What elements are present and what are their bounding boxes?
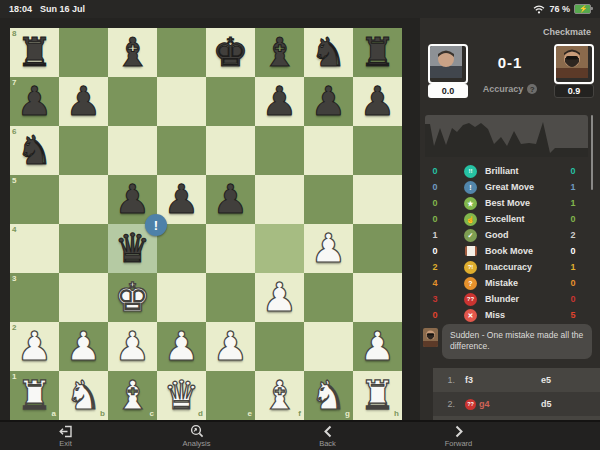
square-b8[interactable] [59, 28, 108, 77]
classification-label: Miss [485, 310, 505, 320]
black-move: d5 [541, 399, 552, 409]
white-pawn-e2: ♟ [213, 322, 249, 371]
black-move: e5 [541, 375, 551, 385]
wifi-icon [533, 5, 545, 14]
square-f4[interactable] [255, 224, 304, 273]
square-h8[interactable]: ♜ [353, 28, 402, 77]
white-count: 2 [420, 262, 450, 272]
square-e4[interactable] [206, 224, 255, 273]
forward-icon [454, 425, 464, 438]
black-knight-a6: ♞ [17, 126, 53, 175]
classification-row-good[interactable]: 1✓Good2 [420, 227, 600, 243]
classification-label: Brilliant [485, 166, 519, 176]
classification-row-mistake[interactable]: 4?Mistake0 [420, 275, 600, 291]
classification-label: Best Move [485, 198, 530, 208]
battery-icon: ⚡ [574, 4, 591, 14]
square-f1[interactable]: f♝ [255, 371, 304, 420]
white-rook-h1: ♜ [360, 371, 396, 420]
rank-label-2: 2 [12, 324, 16, 332]
square-c1[interactable]: c♝ [108, 371, 157, 420]
black-bishop-f8: ♝ [262, 28, 298, 77]
square-g3[interactable] [304, 273, 353, 322]
white-pawn-d2: ♟ [164, 322, 200, 371]
file-label-a: a [52, 410, 56, 418]
coach-comment: Sudden - One mistake made all the differ… [420, 322, 600, 366]
black-count: 1 [558, 198, 588, 208]
black-count: 0 [558, 294, 588, 304]
square-e3[interactable] [206, 273, 255, 322]
black-pawn-f7: ♟ [262, 77, 298, 126]
back-icon [323, 425, 333, 438]
move-number: 2. [433, 399, 455, 409]
square-a1[interactable]: 1a♜ [10, 371, 59, 420]
square-d6[interactable] [157, 126, 206, 175]
chess-board[interactable]: 8♜♝♚♝♞♜7♟♟♟♟♟6♞5♟♟♟4♛♟3♚♟2♟♟♟♟♟♟1a♜b♞c♝d… [10, 28, 402, 420]
black-pawn-h7: ♟ [360, 77, 396, 126]
black-king-e8: ♚ [213, 28, 249, 77]
excellent-icon: ☝ [464, 213, 477, 226]
classification-row-excellent[interactable]: 0☝Excellent0 [420, 211, 600, 227]
square-h1[interactable]: h♜ [353, 371, 402, 420]
move-list[interactable]: 1.f3e52.??g4d5? [433, 368, 600, 420]
square-e2[interactable]: ♟ [206, 322, 255, 371]
white-pawn-b2: ♟ [66, 322, 102, 371]
square-g5[interactable] [304, 175, 353, 224]
analysis-sidebar: Checkmate 0-1 0.0 0.9 Accuracy [420, 18, 600, 420]
accuracy-label: Accuracy [483, 84, 524, 94]
classification-row-brilliant[interactable]: 0!!Brilliant0 [420, 163, 600, 179]
white-knight-b1: ♞ [66, 371, 102, 420]
accuracy-help-icon[interactable]: ? [527, 84, 537, 94]
black-pawn-b7: ♟ [66, 77, 102, 126]
miss-icon: ✕ [464, 309, 477, 322]
square-f6[interactable] [255, 126, 304, 175]
square-c6[interactable] [108, 126, 157, 175]
square-e1[interactable]: e [206, 371, 255, 420]
white-accuracy-value: 0.0 [428, 84, 468, 98]
white-count: 1 [420, 230, 450, 240]
score: 0-1 [470, 54, 550, 71]
rank-label-5: 5 [12, 177, 16, 185]
battery-percent: 76 % [549, 4, 570, 14]
black-queen-c4: ♛ [115, 224, 151, 273]
square-h7[interactable]: ♟ [353, 77, 402, 126]
black-count: 0 [558, 166, 588, 176]
black-pawn-g7: ♟ [311, 77, 347, 126]
move-number: 1. [433, 375, 455, 385]
move-row-2[interactable]: 2.??g4d5 [433, 392, 600, 416]
back-button[interactable]: Back [262, 422, 393, 450]
square-g6[interactable] [304, 126, 353, 175]
black-count: 2 [558, 230, 588, 240]
square-f5[interactable] [255, 175, 304, 224]
square-h3[interactable] [353, 273, 402, 322]
white-pawn-f3: ♟ [262, 273, 298, 322]
white-count: 0 [420, 310, 450, 320]
square-h2[interactable]: ♟ [353, 322, 402, 371]
white-move: g4 [479, 399, 490, 409]
file-label-b: b [100, 410, 105, 418]
square-f3[interactable]: ♟ [255, 273, 304, 322]
back-label: Back [319, 439, 336, 448]
white-pawn-c2: ♟ [115, 322, 151, 371]
square-c8[interactable]: ♝ [108, 28, 157, 77]
white-bishop-c1: ♝ [115, 371, 151, 420]
white-knight-g1: ♞ [311, 371, 347, 420]
square-d2[interactable]: ♟ [157, 322, 206, 371]
square-b4[interactable] [59, 224, 108, 273]
black-rook-a8: ♜ [17, 28, 53, 77]
square-b3[interactable] [59, 273, 108, 322]
square-e6[interactable] [206, 126, 255, 175]
white-count: 3 [420, 294, 450, 304]
square-a4[interactable]: 4 [10, 224, 59, 273]
black-pawn-e5: ♟ [213, 175, 249, 224]
square-d8[interactable] [157, 28, 206, 77]
white-move-cell[interactable]: f3 [455, 375, 537, 385]
square-g8[interactable]: ♞ [304, 28, 353, 77]
clock-time: 18:04 [9, 4, 32, 14]
black-pawn-d5: ♟ [164, 175, 200, 224]
mistake-icon: ? [464, 277, 477, 290]
forward-label: Forward [445, 439, 473, 448]
brilliant-icon: !! [464, 165, 477, 178]
square-b6[interactable] [59, 126, 108, 175]
square-g4[interactable]: ♟ [304, 224, 353, 273]
rank-label-4: 4 [12, 226, 16, 234]
book-move-icon [465, 246, 477, 256]
square-a6[interactable]: 6♞ [10, 126, 59, 175]
square-d1[interactable]: d♛ [157, 371, 206, 420]
classification-row-best-move[interactable]: 0★Best Move1 [420, 195, 600, 211]
white-count: 0 [420, 198, 450, 208]
square-h5[interactable] [353, 175, 402, 224]
exit-button[interactable]: Exit [0, 422, 131, 450]
square-f8[interactable]: ♝ [255, 28, 304, 77]
white-king-c3: ♚ [115, 273, 151, 322]
file-label-e: e [248, 410, 252, 418]
bottom-toolbar: Exit Analysis Back Forwar [0, 420, 600, 450]
classification-row-book-move[interactable]: 0Book Move0 [420, 243, 600, 259]
blunder-icon: ?? [464, 293, 477, 306]
best-move-icon: ★ [464, 197, 477, 210]
square-b7[interactable]: ♟ [59, 77, 108, 126]
black-count: 5 [558, 310, 588, 320]
clock-date: Sun 16 Jul [40, 4, 85, 14]
white-count: 0 [420, 182, 450, 192]
analysis-icon [190, 424, 204, 438]
black-count: 1 [558, 182, 588, 192]
analysis-button[interactable]: Analysis [131, 422, 262, 450]
classification-row-blunder[interactable]: 3??Blunder0 [420, 291, 600, 307]
classification-row-miss[interactable]: 0✕Miss5 [420, 307, 600, 323]
status-bar: 18:04 Sun 16 Jul 76 % ⚡ [0, 0, 600, 18]
square-a7[interactable]: 7♟ [10, 77, 59, 126]
move-classification-list: 0!!Brilliant00!Great Move10★Best Move10☝… [420, 163, 600, 323]
square-e8[interactable]: ♚ [206, 28, 255, 77]
black-move-cell[interactable]: d5 [537, 399, 600, 409]
analysis-label: Analysis [183, 439, 211, 448]
black-count: 0 [558, 246, 588, 256]
white-count: 4 [420, 278, 450, 288]
square-a5[interactable]: 5 [10, 175, 59, 224]
white-queen-d1: ♛ [164, 371, 200, 420]
move-row-1[interactable]: 1.f3e5 [433, 368, 600, 392]
square-a8[interactable]: 8♜ [10, 28, 59, 77]
black-pawn-c5: ♟ [115, 175, 151, 224]
black-rook-h8: ♜ [360, 28, 396, 77]
rank-label-7: 7 [12, 79, 16, 87]
square-e5[interactable]: ♟ [206, 175, 255, 224]
square-g7[interactable]: ♟ [304, 77, 353, 126]
file-label-f: f [298, 410, 301, 418]
square-g2[interactable] [304, 322, 353, 371]
black-accuracy-value: 0.9 [554, 84, 594, 98]
square-b5[interactable] [59, 175, 108, 224]
game-result-label: Checkmate [543, 27, 591, 37]
white-pawn-a2: ♟ [17, 322, 53, 371]
white-pawn-g4: ♟ [311, 224, 347, 273]
black-count: 0 [558, 278, 588, 288]
rank-label-3: 3 [12, 275, 16, 283]
square-b2[interactable]: ♟ [59, 322, 108, 371]
square-d5[interactable]: ♟ [157, 175, 206, 224]
white-move-cell[interactable]: ??g4 [455, 399, 537, 410]
rank-label-1: 1 [12, 373, 16, 381]
square-c2[interactable]: ♟ [108, 322, 157, 371]
square-f7[interactable]: ♟ [255, 77, 304, 126]
classification-label: Inaccuracy [485, 262, 532, 272]
square-g1[interactable]: g♞ [304, 371, 353, 420]
file-label-g: g [345, 410, 350, 418]
white-rook-a1: ♜ [17, 371, 53, 420]
square-h4[interactable] [353, 224, 402, 273]
evaluation-graph[interactable] [425, 115, 588, 157]
rank-label-6: 6 [12, 128, 16, 136]
classification-label: Great Move [485, 182, 534, 192]
classification-label: Good [485, 230, 509, 240]
classification-row-inaccuracy[interactable]: 2?!Inaccuracy1 [420, 259, 600, 275]
exit-label: Exit [59, 439, 72, 448]
rank-label-8: 8 [12, 30, 16, 38]
forward-button[interactable]: Forward [393, 422, 524, 450]
square-a3[interactable]: 3 [10, 273, 59, 322]
square-h6[interactable] [353, 126, 402, 175]
black-bishop-c8: ♝ [115, 28, 151, 77]
white-move: f3 [465, 375, 473, 385]
move-classification-badge: ?? [465, 399, 476, 410]
classification-label: Blunder [485, 294, 519, 304]
classification-label: Mistake [485, 278, 518, 288]
analysis-screen: 18:04 Sun 16 Jul 76 % ⚡ 8♜♝♚♝♞♜7♟♟♟♟♟6♞5… [0, 0, 600, 450]
black-pawn-a7: ♟ [17, 77, 53, 126]
coach-avatar-icon [423, 328, 438, 347]
classification-label: Excellent [485, 214, 525, 224]
square-e7[interactable] [206, 77, 255, 126]
square-d3[interactable] [157, 273, 206, 322]
file-label-d: d [198, 410, 203, 418]
white-player-avatar [428, 44, 468, 84]
square-a2[interactable]: 2♟ [10, 322, 59, 371]
square-c7[interactable] [108, 77, 157, 126]
white-bishop-f1: ♝ [262, 371, 298, 420]
great-move-badge: ! [145, 214, 167, 236]
good-icon: ✓ [464, 229, 477, 242]
great-move-icon: ! [464, 181, 477, 194]
black-count: 1 [558, 262, 588, 272]
white-count: 0 [420, 246, 450, 256]
square-d7[interactable] [157, 77, 206, 126]
black-count: 0 [558, 214, 588, 224]
inaccuracy-icon: ?! [464, 261, 477, 274]
square-b1[interactable]: b♞ [59, 371, 108, 420]
black-player-avatar [554, 44, 594, 84]
classification-label: Book Move [485, 246, 533, 256]
black-move-cell[interactable]: e5 [537, 375, 600, 385]
black-knight-g8: ♞ [311, 28, 347, 77]
square-f2[interactable] [255, 322, 304, 371]
coach-message-bubble: Sudden - One mistake made all the differ… [442, 324, 592, 359]
square-c3[interactable]: ♚ [108, 273, 157, 322]
white-pawn-h2: ♟ [360, 322, 396, 371]
exit-icon [59, 425, 73, 438]
classification-row-great-move[interactable]: 0!Great Move1 [420, 179, 600, 195]
white-count: 0 [420, 166, 450, 176]
white-count: 0 [420, 214, 450, 224]
file-label-c: c [150, 410, 154, 418]
file-label-h: h [394, 410, 399, 418]
